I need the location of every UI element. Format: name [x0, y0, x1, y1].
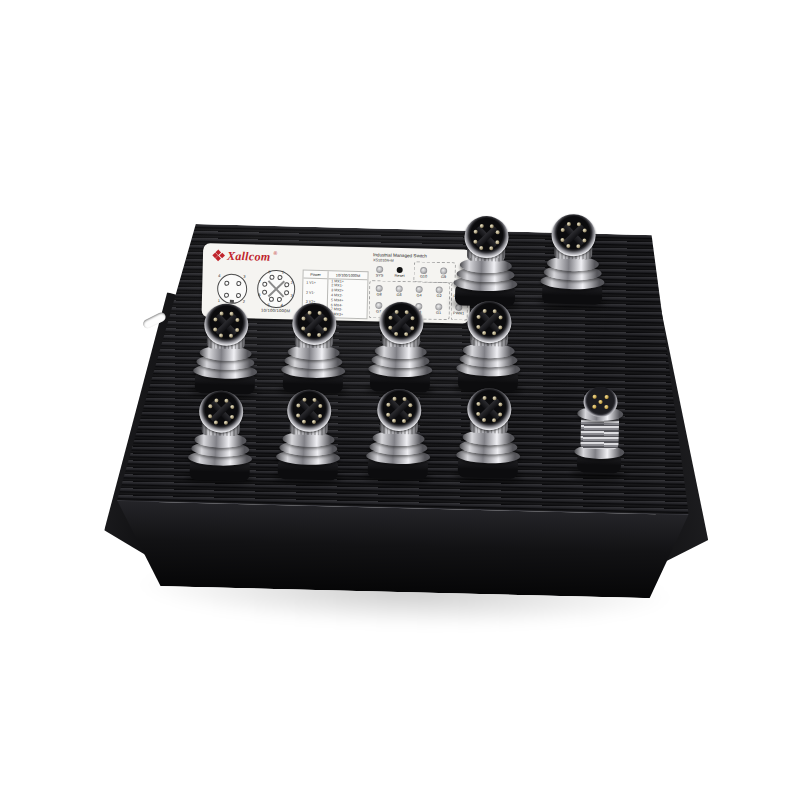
m12-ethernet-port: [187, 390, 253, 486]
connector-pin: [577, 222, 581, 226]
connector-pin: [392, 397, 396, 401]
connector-pin: [301, 317, 305, 321]
connector-pin: [476, 412, 480, 416]
connector-pin: [302, 420, 306, 424]
led-label: G10: [413, 274, 433, 278]
connector-pin: [405, 310, 409, 314]
connector-pin: [208, 404, 212, 408]
connector-pin: [235, 328, 239, 332]
m12-ethernet-port: [193, 303, 259, 399]
connector-pin: [593, 405, 597, 409]
connector-pin: [496, 230, 500, 234]
connector-pin: [213, 327, 217, 331]
m12-power-connector: [574, 386, 626, 479]
connector-pin: [561, 228, 565, 232]
connector-pin: [480, 224, 484, 228]
connector-array: [0, 0, 800, 800]
connector-pin: [605, 405, 609, 409]
led-label: G8: [369, 292, 389, 296]
m12-ethernet-port: [368, 301, 434, 397]
connector-pin: [296, 403, 300, 407]
m12-ethernet-port: [453, 215, 519, 311]
connector-pin: [323, 317, 327, 321]
connector-pin: [312, 420, 316, 424]
connector-pin: [408, 403, 412, 407]
connector-pin: [318, 311, 322, 315]
connector-pin: [493, 396, 497, 400]
connector-pin: [317, 333, 321, 337]
connector-pin: [224, 399, 228, 403]
connector-pin: [308, 311, 312, 315]
connector-pin: [483, 396, 487, 400]
led-indicator: [376, 266, 383, 273]
connector-pin: [404, 332, 408, 336]
reset-button: [397, 267, 403, 273]
connector-pin: [583, 228, 587, 232]
connector-pin: [490, 224, 494, 228]
connector-pin: [402, 397, 406, 401]
connector-pin: [483, 309, 487, 313]
connector-pin: [492, 418, 496, 422]
led-label: G6: [389, 293, 409, 297]
connector-pin: [224, 421, 228, 425]
connector-pin: [318, 414, 322, 418]
connector-pin: [220, 312, 224, 316]
connector-pin: [229, 334, 233, 338]
connector-pin: [219, 334, 223, 338]
connector-pin: [489, 246, 493, 250]
led-label: SYS: [370, 273, 390, 277]
connector-pin: [214, 420, 218, 424]
m12-ethernet-port: [540, 213, 606, 309]
led-label: G2: [429, 294, 449, 298]
m12-ethernet-port: [275, 389, 341, 485]
connector-pin: [386, 413, 390, 417]
led-label: G4: [409, 293, 429, 297]
connector-pin: [495, 240, 499, 244]
connector-pin: [302, 398, 306, 402]
connector-pin: [323, 327, 327, 331]
product-photo-scene: Xallcom ® 4312 POWER 12345678 10/100/100…: [0, 0, 800, 800]
connector-pin: [599, 400, 603, 404]
connector-pin: [312, 398, 316, 402]
connector-pin: [230, 415, 234, 419]
connector-pin: [392, 419, 396, 423]
connector-pin: [230, 312, 234, 316]
connector-pin: [493, 309, 497, 313]
connector-pin: [499, 315, 503, 319]
connector-pin: [307, 333, 311, 337]
connector-pin: [410, 316, 414, 320]
connector-pin: [296, 413, 300, 417]
connector-pin: [476, 402, 480, 406]
connector-pin: [394, 332, 398, 336]
connector-pin: [395, 310, 399, 314]
led-label: G9: [433, 275, 453, 279]
connector-pin: [318, 404, 322, 408]
connector-pin: [582, 238, 586, 242]
connector-pin: [208, 414, 212, 418]
connector-pin: [214, 398, 218, 402]
connector-pin: [388, 326, 392, 330]
connector-pin: [560, 238, 564, 242]
connector-pin: [473, 240, 477, 244]
connector-pin: [474, 230, 478, 234]
connector-pin: [492, 331, 496, 335]
m12-ethernet-port: [456, 300, 522, 396]
connector-pin: [482, 418, 486, 422]
connector-pin: [567, 222, 571, 226]
connector-pin: [566, 244, 570, 248]
connector-pin: [498, 412, 502, 416]
connector-pin: [498, 402, 502, 406]
m12-ethernet-port: [365, 388, 431, 484]
connector-pin: [476, 325, 480, 329]
connector-pin: [301, 327, 305, 331]
device: Xallcom ® 4312 POWER 12345678 10/100/100…: [0, 0, 800, 800]
connector-pin: [410, 326, 414, 330]
m12-ethernet-port: [456, 387, 522, 483]
connector-pin: [482, 331, 486, 335]
connector-pin: [402, 419, 406, 423]
reset-label: Reset: [389, 274, 409, 278]
connector-pin: [479, 246, 483, 250]
connector-pin: [388, 316, 392, 320]
m12-ethernet-port: [281, 302, 347, 398]
connector-pin: [593, 395, 597, 399]
connector-pin: [576, 244, 580, 248]
connector-pin: [498, 325, 502, 329]
connector-pin: [230, 405, 234, 409]
connector-pin: [386, 403, 390, 407]
connector-pin: [235, 318, 239, 322]
connector-pin: [477, 315, 481, 319]
connector-pin: [408, 413, 412, 417]
connector-pin: [605, 395, 609, 399]
connector-pin: [213, 317, 217, 321]
